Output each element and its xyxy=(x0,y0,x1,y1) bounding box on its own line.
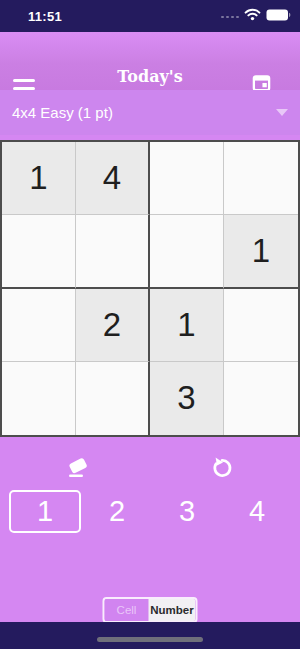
clock-time: 11:51 xyxy=(28,9,62,24)
cell-r4c3[interactable]: 3 xyxy=(150,362,224,435)
cell-r4c2[interactable] xyxy=(76,362,150,435)
cell-r2c4[interactable]: 1 xyxy=(224,215,298,288)
cell-r1c4[interactable] xyxy=(224,142,298,215)
bottom-bar xyxy=(0,622,300,649)
cell-r3c3[interactable]: 1 xyxy=(150,289,224,362)
cell-r2c3[interactable] xyxy=(150,215,224,288)
sudoku-board: 141213 xyxy=(0,140,300,437)
cell-r2c1[interactable] xyxy=(2,215,76,288)
home-indicator[interactable] xyxy=(97,637,203,642)
cell-r1c2[interactable]: 4 xyxy=(76,142,150,215)
eraser-button[interactable] xyxy=(63,455,91,481)
mode-toggle-cell[interactable]: Cell xyxy=(105,599,149,621)
cell-r1c3[interactable] xyxy=(150,142,224,215)
mode-toggle-number[interactable]: Number xyxy=(149,599,196,621)
battery-icon xyxy=(266,7,291,25)
cell-r3c4[interactable] xyxy=(224,289,298,362)
chevron-down-icon xyxy=(276,109,288,116)
number-pad: 1234 xyxy=(0,490,300,533)
cell-r1c1[interactable]: 1 xyxy=(2,142,76,215)
cell-r3c2[interactable]: 2 xyxy=(76,289,150,362)
undo-button[interactable] xyxy=(209,455,237,481)
number-button-3[interactable]: 3 xyxy=(153,490,221,533)
cellular-dots-icon xyxy=(221,16,239,19)
status-bar: 11:51 xyxy=(0,0,300,32)
puzzle-selector-dropdown[interactable]: 4x4 Easy (1 pt) xyxy=(0,90,300,135)
eraser-icon xyxy=(63,467,91,484)
cell-r4c1[interactable] xyxy=(2,362,76,435)
number-button-4[interactable]: 4 xyxy=(223,490,291,533)
number-button-2[interactable]: 2 xyxy=(83,490,151,533)
wifi-icon xyxy=(244,7,261,25)
undo-icon xyxy=(209,467,235,484)
cell-r4c4[interactable] xyxy=(224,362,298,435)
number-button-1[interactable]: 1 xyxy=(9,490,81,533)
cell-r2c2[interactable] xyxy=(76,215,150,288)
status-icons xyxy=(221,0,291,32)
app-header: Today's SUDOKU 2019-06-19 xyxy=(0,32,300,90)
cell-r3c1[interactable] xyxy=(2,289,76,362)
puzzle-selector-label: 4x4 Easy (1 pt) xyxy=(12,90,113,135)
mode-toggle: CellNumber xyxy=(103,597,198,623)
